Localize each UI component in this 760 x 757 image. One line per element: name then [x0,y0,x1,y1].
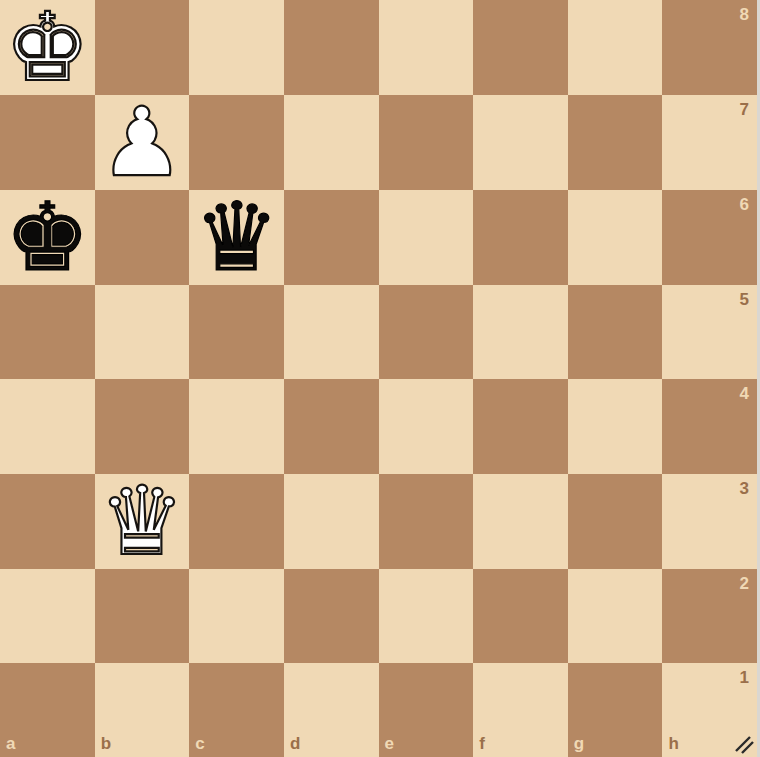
square-b2[interactable] [95,569,190,663]
square-b5[interactable] [95,285,190,379]
rank-label-1: 1 [740,669,749,686]
square-c4[interactable] [189,379,284,473]
square-g6[interactable] [568,190,663,285]
square-b6[interactable] [95,190,190,285]
black-king-piece[interactable]: ♚ [5,190,90,285]
file-label-d: d [290,735,300,752]
file-label-e: e [385,735,394,752]
square-d3[interactable] [284,474,379,569]
square-a7[interactable] [0,95,95,190]
white-pawn-piece[interactable]: ♟ [99,95,184,190]
square-c3[interactable] [189,474,284,569]
square-g7[interactable] [568,95,663,190]
square-a1[interactable]: a [0,663,95,757]
square-g2[interactable] [568,569,663,663]
square-b4[interactable] [95,379,190,473]
board-resize-handle-icon[interactable] [734,734,754,754]
square-g4[interactable] [568,379,663,473]
rank-label-5: 5 [740,291,749,308]
square-e5[interactable] [379,285,474,379]
file-label-g: g [574,735,584,752]
file-label-a: a [6,735,15,752]
square-f5[interactable] [473,285,568,379]
chess-board: ♚8♟7♚♛654♛32abcdefg1h [0,0,757,757]
square-a2[interactable] [0,569,95,663]
square-a3[interactable] [0,474,95,569]
square-c1[interactable]: c [189,663,284,757]
square-g3[interactable] [568,474,663,569]
square-a4[interactable] [0,379,95,473]
square-f3[interactable] [473,474,568,569]
square-d4[interactable] [284,379,379,473]
square-g8[interactable] [568,0,663,95]
square-d6[interactable] [284,190,379,285]
square-e7[interactable] [379,95,474,190]
square-d8[interactable] [284,0,379,95]
square-d7[interactable] [284,95,379,190]
file-label-h: h [668,735,678,752]
square-e1[interactable]: e [379,663,474,757]
square-f6[interactable] [473,190,568,285]
square-b3[interactable]: ♛ [95,474,190,569]
square-c7[interactable] [189,95,284,190]
square-d1[interactable]: d [284,663,379,757]
square-h6[interactable]: 6 [662,190,757,285]
square-h7[interactable]: 7 [662,95,757,190]
square-c6[interactable]: ♛ [189,190,284,285]
square-a6[interactable]: ♚ [0,190,95,285]
square-c8[interactable] [189,0,284,95]
square-c5[interactable] [189,285,284,379]
square-h3[interactable]: 3 [662,474,757,569]
square-f2[interactable] [473,569,568,663]
black-queen-piece[interactable]: ♛ [194,190,279,285]
square-a8[interactable]: ♚ [0,0,95,95]
square-f8[interactable] [473,0,568,95]
square-h5[interactable]: 5 [662,285,757,379]
square-b7[interactable]: ♟ [95,95,190,190]
square-d2[interactable] [284,569,379,663]
square-b1[interactable]: b [95,663,190,757]
rank-label-3: 3 [740,480,749,497]
square-f7[interactable] [473,95,568,190]
square-g1[interactable]: g [568,663,663,757]
square-g5[interactable] [568,285,663,379]
square-h2[interactable]: 2 [662,569,757,663]
rank-label-8: 8 [740,6,749,23]
square-a5[interactable] [0,285,95,379]
square-e4[interactable] [379,379,474,473]
file-label-c: c [195,735,204,752]
square-h8[interactable]: 8 [662,0,757,95]
rank-label-4: 4 [740,385,749,402]
rank-label-2: 2 [740,575,749,592]
file-label-b: b [101,735,111,752]
square-e8[interactable] [379,0,474,95]
square-h4[interactable]: 4 [662,379,757,473]
square-f1[interactable]: f [473,663,568,757]
square-e6[interactable] [379,190,474,285]
square-d5[interactable] [284,285,379,379]
square-b8[interactable] [95,0,190,95]
rank-label-7: 7 [740,101,749,118]
white-king-piece[interactable]: ♚ [5,0,90,95]
rank-label-6: 6 [740,196,749,213]
square-e3[interactable] [379,474,474,569]
file-label-f: f [479,735,485,752]
square-h1[interactable]: 1h [662,663,757,757]
white-queen-piece[interactable]: ♛ [99,474,184,569]
square-c2[interactable] [189,569,284,663]
square-e2[interactable] [379,569,474,663]
square-f4[interactable] [473,379,568,473]
